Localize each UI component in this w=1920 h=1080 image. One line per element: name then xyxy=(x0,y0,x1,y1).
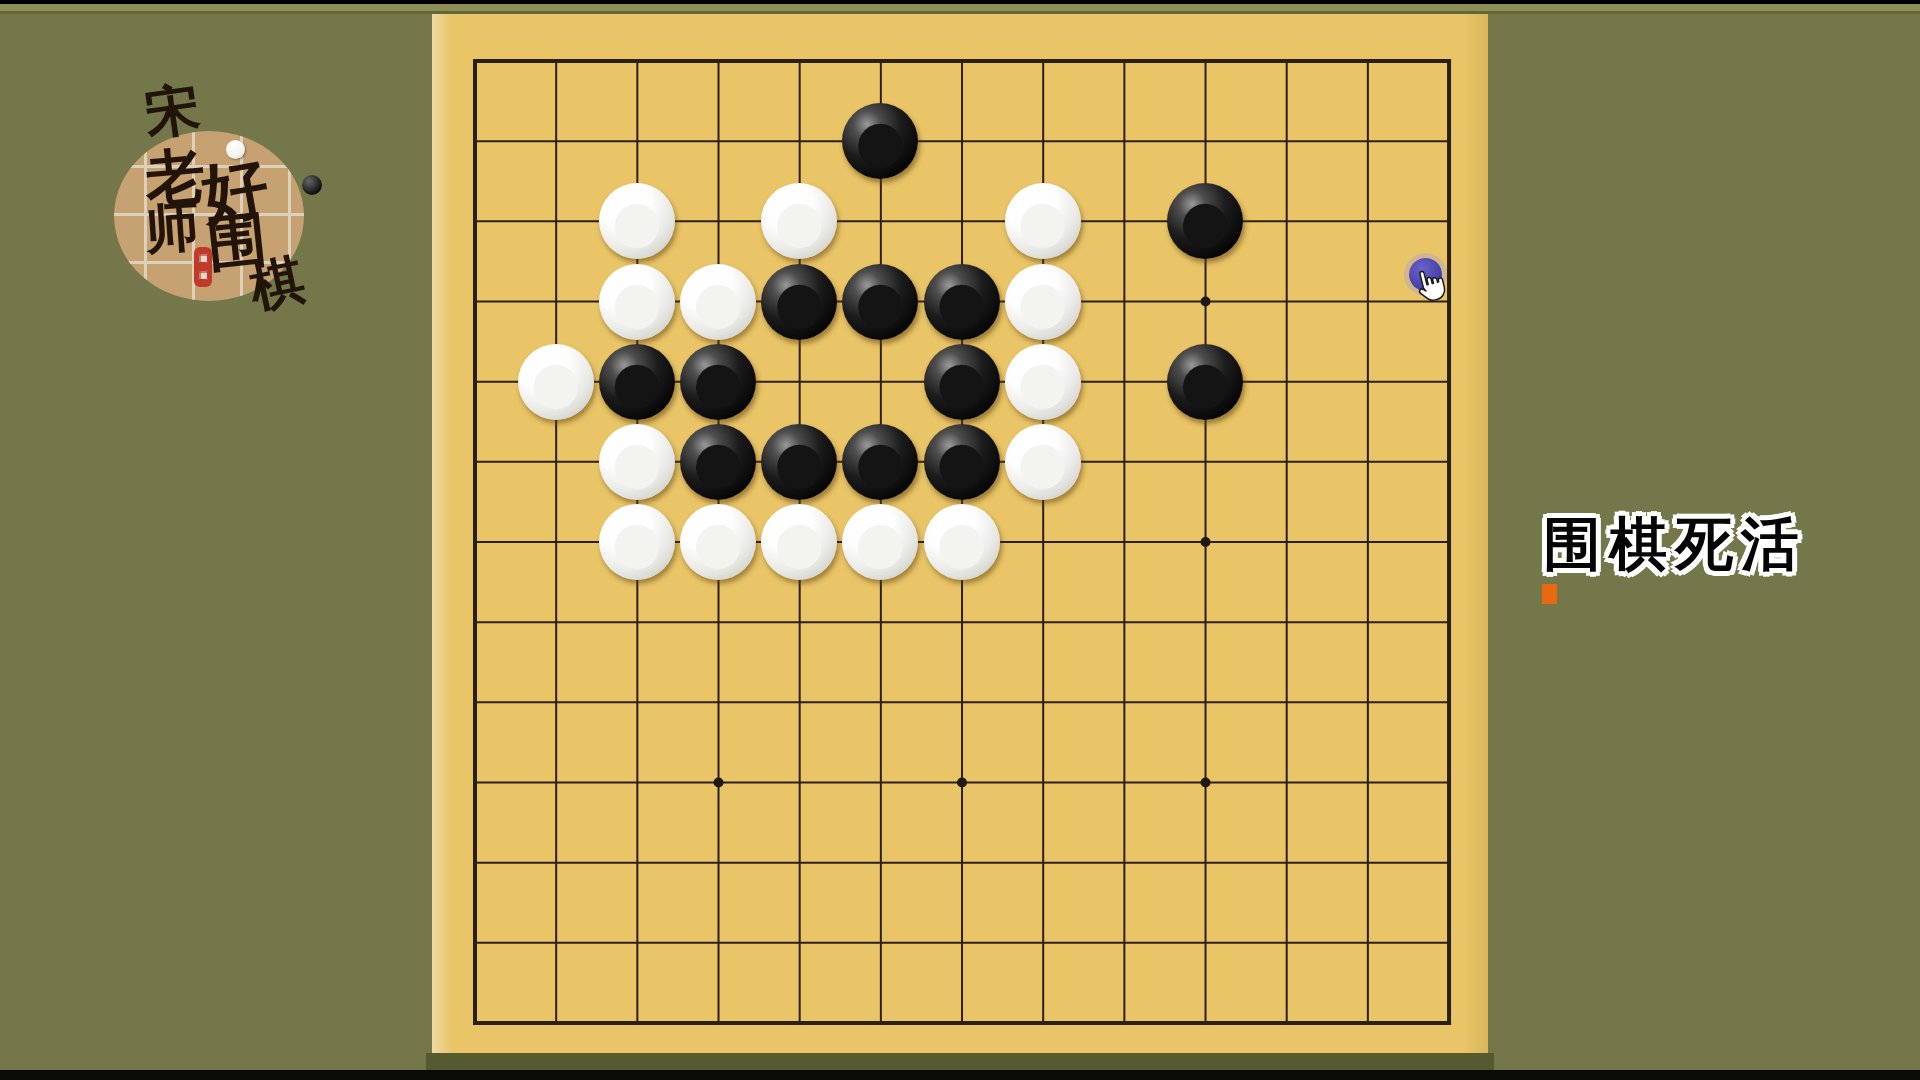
stone-glyph: ● xyxy=(774,433,825,491)
go-board[interactable]: ●●●●●●●●●●●●●●●●●●●●●●●●●●●● xyxy=(432,14,1488,1055)
white-stone: ● xyxy=(680,264,756,340)
stone-glyph: ● xyxy=(693,273,744,331)
stone-glyph: ● xyxy=(855,513,906,571)
black-stone: ● xyxy=(1167,344,1243,420)
stone-glyph: ● xyxy=(936,513,987,571)
stone-glyph: ● xyxy=(1017,433,1068,491)
white-stone: ● xyxy=(761,504,837,580)
black-stone: ● xyxy=(842,264,918,340)
stone-glyph: ● xyxy=(612,273,663,331)
black-stone: ● xyxy=(842,424,918,500)
stone-glyph: ● xyxy=(1180,353,1231,411)
white-stone: ● xyxy=(1005,424,1081,500)
stone-glyph: ● xyxy=(1017,273,1068,331)
white-stone: ● xyxy=(599,504,675,580)
stone-glyph: ● xyxy=(774,273,825,331)
white-stone: ● xyxy=(1005,264,1081,340)
caption-title: 围棋死活 xyxy=(1543,506,1807,584)
stone-glyph: ● xyxy=(936,273,987,331)
black-stone: ● xyxy=(680,344,756,420)
logo-character: 棋 xyxy=(245,251,309,315)
stone-glyph: ● xyxy=(774,513,825,571)
stone-glyph: ● xyxy=(530,353,581,411)
white-stone: ● xyxy=(924,504,1000,580)
white-stone: ● xyxy=(518,344,594,420)
white-stone: ● xyxy=(680,504,756,580)
stone-glyph: ● xyxy=(855,433,906,491)
stone-glyph: ● xyxy=(936,353,987,411)
black-stone: ● xyxy=(680,424,756,500)
bottom-frame-bar xyxy=(0,1070,1920,1080)
black-stone: ● xyxy=(599,344,675,420)
logo-character: 宋 xyxy=(141,79,203,141)
stone-glyph: ● xyxy=(855,112,906,170)
stone-glyph: ● xyxy=(693,433,744,491)
stone-glyph: ● xyxy=(1017,353,1068,411)
stone-glyph: ● xyxy=(1180,192,1231,250)
stone-glyph: ● xyxy=(774,192,825,250)
black-stone: ● xyxy=(924,424,1000,500)
stones-grid[interactable]: ●●●●●●●●●●●●●●●●●●●●●●●●●●●● xyxy=(434,21,1489,1063)
stone-glyph: ● xyxy=(693,353,744,411)
black-stone: ● xyxy=(761,424,837,500)
logo-character: 师 xyxy=(143,198,201,256)
black-stone: ● xyxy=(924,344,1000,420)
black-stone: ● xyxy=(1167,183,1243,259)
logo-red-seal-icon xyxy=(194,247,212,287)
stone-glyph: ● xyxy=(693,513,744,571)
white-stone: ● xyxy=(1005,183,1081,259)
stone-glyph: ● xyxy=(612,513,663,571)
black-stone: ● xyxy=(761,264,837,340)
logo-black-stone-icon xyxy=(302,175,322,195)
black-stone: ● xyxy=(924,264,1000,340)
white-stone: ● xyxy=(599,264,675,340)
stone-glyph: ● xyxy=(612,192,663,250)
stone-glyph: ● xyxy=(936,433,987,491)
white-stone: ● xyxy=(599,183,675,259)
white-stone: ● xyxy=(761,183,837,259)
board-top-edge-band xyxy=(0,4,1920,14)
stone-glyph: ● xyxy=(1017,192,1068,250)
white-stone: ● xyxy=(599,424,675,500)
stone-glyph: ● xyxy=(612,353,663,411)
stone-glyph: ● xyxy=(855,273,906,331)
white-stone: ● xyxy=(1005,344,1081,420)
stone-glyph: ● xyxy=(612,433,663,491)
white-stone: ● xyxy=(842,504,918,580)
black-stone: ● xyxy=(842,103,918,179)
page: ●●●●●●●●●●●●●●●●●●●●●●●●●●●● 宋老师好围棋 围棋死活 xyxy=(0,0,1920,1080)
caption-orange-bullet xyxy=(1542,584,1557,604)
board-bottom-shadow xyxy=(426,1053,1494,1070)
